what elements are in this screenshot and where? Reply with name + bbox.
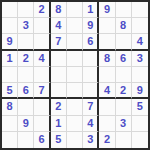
cell-r2c8[interactable]: 8 — [116, 18, 132, 34]
cell-r3c8[interactable] — [116, 34, 132, 50]
cell-r2c7[interactable] — [99, 18, 115, 34]
cell-r2c1[interactable] — [2, 18, 18, 34]
cell-r5c1[interactable] — [2, 67, 18, 83]
cell-r3c4[interactable]: 7 — [51, 34, 67, 50]
cell-r5c6[interactable] — [83, 67, 99, 83]
cell-r6c5[interactable] — [67, 83, 83, 99]
cell-r1c4[interactable]: 8 — [51, 2, 67, 18]
cell-r9c9[interactable] — [132, 132, 148, 148]
cell-r3c1[interactable]: 9 — [2, 34, 18, 50]
cell-r4c1[interactable]: 1 — [2, 51, 18, 67]
cell-r7c7[interactable] — [99, 99, 115, 115]
cell-r3c2[interactable] — [18, 34, 34, 50]
cell-r4c9[interactable]: 3 — [132, 51, 148, 67]
cell-r2c6[interactable]: 9 — [83, 18, 99, 34]
cell-r6c7[interactable]: 4 — [99, 83, 115, 99]
cell-r8c9[interactable] — [132, 116, 148, 132]
cell-r6c8[interactable]: 2 — [116, 83, 132, 99]
cell-r4c4[interactable] — [51, 51, 67, 67]
cell-r8c4[interactable]: 1 — [51, 116, 67, 132]
cell-r9c7[interactable]: 2 — [99, 132, 115, 148]
cell-r7c1[interactable]: 8 — [2, 99, 18, 115]
cell-r7c2[interactable] — [18, 99, 34, 115]
cell-r6c3[interactable]: 7 — [34, 83, 50, 99]
cell-r1c9[interactable] — [132, 2, 148, 18]
cell-r4c7[interactable]: 8 — [99, 51, 115, 67]
cell-r8c7[interactable] — [99, 116, 115, 132]
cell-r6c2[interactable]: 6 — [18, 83, 34, 99]
cell-r7c5[interactable] — [67, 99, 83, 115]
cell-r3c6[interactable]: 6 — [83, 34, 99, 50]
cell-r8c6[interactable]: 4 — [83, 116, 99, 132]
cell-r4c3[interactable]: 4 — [34, 51, 50, 67]
cell-r7c6[interactable]: 7 — [83, 99, 99, 115]
cell-r6c9[interactable]: 9 — [132, 83, 148, 99]
cell-r5c2[interactable] — [18, 67, 34, 83]
cell-r1c7[interactable]: 9 — [99, 2, 115, 18]
cell-r2c3[interactable] — [34, 18, 50, 34]
cell-r5c8[interactable] — [116, 67, 132, 83]
cell-r9c3[interactable]: 6 — [34, 132, 50, 148]
cell-r1c3[interactable]: 2 — [34, 2, 50, 18]
cell-r7c4[interactable]: 2 — [51, 99, 67, 115]
cell-r4c2[interactable]: 2 — [18, 51, 34, 67]
cell-r8c8[interactable]: 3 — [116, 116, 132, 132]
cell-r8c1[interactable] — [2, 116, 18, 132]
cell-r9c4[interactable]: 5 — [51, 132, 67, 148]
sudoku-board: 281934989764124863567429827591436532 — [0, 0, 150, 150]
cell-r7c9[interactable]: 5 — [132, 99, 148, 115]
cell-r6c1[interactable]: 5 — [2, 83, 18, 99]
cell-r8c2[interactable]: 9 — [18, 116, 34, 132]
cell-r5c9[interactable] — [132, 67, 148, 83]
cell-r2c9[interactable] — [132, 18, 148, 34]
cell-r6c4[interactable] — [51, 83, 67, 99]
cell-r5c3[interactable] — [34, 67, 50, 83]
cell-r5c4[interactable] — [51, 67, 67, 83]
sudoku-app: 281934989764124863567429827591436532 — [0, 0, 150, 150]
cell-r7c3[interactable] — [34, 99, 50, 115]
cell-r9c2[interactable] — [18, 132, 34, 148]
cell-r1c8[interactable] — [116, 2, 132, 18]
cell-r3c9[interactable]: 4 — [132, 34, 148, 50]
cell-r6c6[interactable] — [83, 83, 99, 99]
cell-r1c1[interactable] — [2, 2, 18, 18]
cell-r7c8[interactable] — [116, 99, 132, 115]
cell-r2c5[interactable] — [67, 18, 83, 34]
cell-r2c2[interactable]: 3 — [18, 18, 34, 34]
cell-r1c6[interactable]: 1 — [83, 2, 99, 18]
cell-r3c7[interactable] — [99, 34, 115, 50]
cell-r5c7[interactable] — [99, 67, 115, 83]
cell-r3c3[interactable] — [34, 34, 50, 50]
cell-r9c1[interactable] — [2, 132, 18, 148]
cell-r5c5[interactable] — [67, 67, 83, 83]
cell-r4c5[interactable] — [67, 51, 83, 67]
cell-r1c5[interactable] — [67, 2, 83, 18]
cell-r8c3[interactable] — [34, 116, 50, 132]
cell-r4c6[interactable] — [83, 51, 99, 67]
cell-r2c4[interactable]: 4 — [51, 18, 67, 34]
cell-r1c2[interactable] — [18, 2, 34, 18]
cell-r4c8[interactable]: 6 — [116, 51, 132, 67]
cell-r9c8[interactable] — [116, 132, 132, 148]
cell-r9c5[interactable] — [67, 132, 83, 148]
cell-r3c5[interactable] — [67, 34, 83, 50]
cell-r8c5[interactable] — [67, 116, 83, 132]
cell-r9c6[interactable]: 3 — [83, 132, 99, 148]
